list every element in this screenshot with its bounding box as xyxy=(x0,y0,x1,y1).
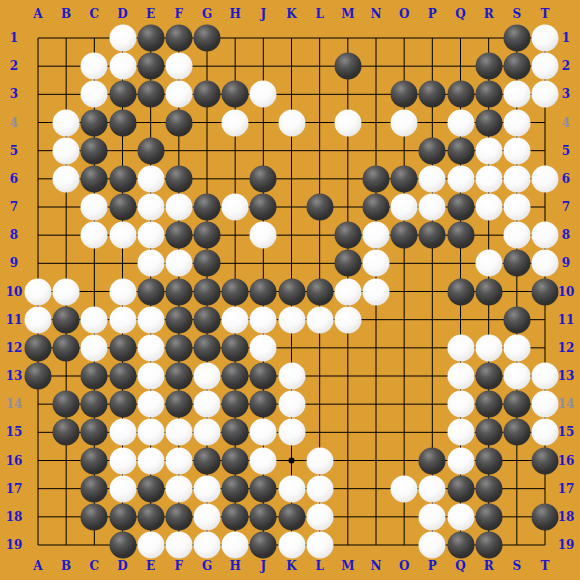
col-label-bottom-R: R xyxy=(484,560,494,572)
white-stone-J11[interactable] xyxy=(250,306,277,333)
white-stone-H4[interactable] xyxy=(222,109,249,136)
go-board: AABBCCDDEEFFGGHHJJKKLLMMNNOOPPQQRRSSTT11… xyxy=(0,0,580,580)
white-stone-B10[interactable] xyxy=(53,278,80,305)
black-stone-F13[interactable] xyxy=(165,363,192,390)
row-label-left-17: 17 xyxy=(6,483,23,495)
white-stone-H7[interactable] xyxy=(222,194,249,221)
black-stone-Q3[interactable] xyxy=(447,81,474,108)
white-stone-M4[interactable] xyxy=(334,109,361,136)
white-stone-E16[interactable] xyxy=(137,447,164,474)
white-stone-N10[interactable] xyxy=(363,278,390,305)
col-label-top-S: S xyxy=(512,8,521,20)
black-stone-C5[interactable] xyxy=(81,137,108,164)
black-stone-D14[interactable] xyxy=(109,391,136,418)
black-stone-H14[interactable] xyxy=(222,391,249,418)
black-stone-G11[interactable] xyxy=(194,306,221,333)
white-stone-D17[interactable] xyxy=(109,475,136,502)
black-stone-A13[interactable] xyxy=(25,363,52,390)
black-stone-E18[interactable] xyxy=(137,503,164,530)
white-stone-Q4[interactable] xyxy=(447,109,474,136)
white-stone-L17[interactable] xyxy=(306,475,333,502)
white-stone-C3[interactable] xyxy=(81,81,108,108)
row-label-left-8: 8 xyxy=(10,229,18,241)
black-stone-P8[interactable] xyxy=(419,222,446,249)
black-stone-F14[interactable] xyxy=(165,391,192,418)
black-stone-H10[interactable] xyxy=(222,278,249,305)
black-stone-Q8[interactable] xyxy=(447,222,474,249)
white-stone-P7[interactable] xyxy=(419,194,446,221)
white-stone-O17[interactable] xyxy=(391,475,418,502)
black-stone-H13[interactable] xyxy=(222,363,249,390)
black-stone-C6[interactable] xyxy=(81,165,108,192)
row-label-right-16: 16 xyxy=(558,455,575,467)
white-stone-J8[interactable] xyxy=(250,222,277,249)
white-stone-E6[interactable] xyxy=(137,165,164,192)
black-stone-G8[interactable] xyxy=(194,222,221,249)
black-stone-J13[interactable] xyxy=(250,363,277,390)
white-stone-T6[interactable] xyxy=(532,165,559,192)
white-stone-C7[interactable] xyxy=(81,194,108,221)
row-label-left-12: 12 xyxy=(6,342,23,354)
row-label-right-7: 7 xyxy=(562,201,570,213)
white-stone-E14[interactable] xyxy=(137,391,164,418)
row-label-left-6: 6 xyxy=(10,173,18,185)
col-label-bottom-M: M xyxy=(341,560,354,572)
col-label-bottom-P: P xyxy=(428,560,437,572)
black-stone-T16[interactable] xyxy=(532,447,559,474)
black-stone-E1[interactable] xyxy=(137,25,164,52)
white-stone-B6[interactable] xyxy=(53,165,80,192)
row-label-right-13: 13 xyxy=(558,370,575,382)
white-stone-N9[interactable] xyxy=(363,250,390,277)
row-label-right-3: 3 xyxy=(562,88,570,100)
col-label-top-J: J xyxy=(260,8,266,20)
white-stone-F16[interactable] xyxy=(165,447,192,474)
white-stone-K15[interactable] xyxy=(278,419,305,446)
black-stone-S14[interactable] xyxy=(503,391,530,418)
black-stone-Q7[interactable] xyxy=(447,194,474,221)
col-label-top-B: B xyxy=(61,8,71,20)
col-label-top-Q: Q xyxy=(455,8,465,20)
white-stone-R5[interactable] xyxy=(475,137,502,164)
white-stone-O7[interactable] xyxy=(391,194,418,221)
white-stone-S7[interactable] xyxy=(503,194,530,221)
black-stone-G10[interactable] xyxy=(194,278,221,305)
row-label-left-14: 14 xyxy=(6,398,23,410)
white-stone-P18[interactable] xyxy=(419,503,446,530)
black-stone-Q19[interactable] xyxy=(447,532,474,559)
black-stone-F18[interactable] xyxy=(165,503,192,530)
black-stone-M9[interactable] xyxy=(334,250,361,277)
white-stone-R9[interactable] xyxy=(475,250,502,277)
black-stone-H16[interactable] xyxy=(222,447,249,474)
black-stone-K18[interactable] xyxy=(278,503,305,530)
white-stone-F17[interactable] xyxy=(165,475,192,502)
row-label-right-5: 5 xyxy=(562,145,570,157)
black-stone-D6[interactable] xyxy=(109,165,136,192)
black-stone-P16[interactable] xyxy=(419,447,446,474)
white-stone-T9[interactable] xyxy=(532,250,559,277)
white-stone-D10[interactable] xyxy=(109,278,136,305)
col-label-top-K: K xyxy=(286,8,296,20)
row-label-right-1: 1 xyxy=(562,32,570,44)
white-stone-J12[interactable] xyxy=(250,334,277,361)
row-label-left-4: 4 xyxy=(10,117,18,129)
row-label-left-15: 15 xyxy=(6,426,23,438)
black-stone-S1[interactable] xyxy=(503,25,530,52)
black-stone-J14[interactable] xyxy=(250,391,277,418)
white-stone-S3[interactable] xyxy=(503,81,530,108)
row-label-right-15: 15 xyxy=(558,426,575,438)
black-stone-M8[interactable] xyxy=(334,222,361,249)
black-stone-S15[interactable] xyxy=(503,419,530,446)
black-stone-E2[interactable] xyxy=(137,53,164,80)
white-stone-N8[interactable] xyxy=(363,222,390,249)
row-label-right-11: 11 xyxy=(558,314,575,326)
row-label-left-16: 16 xyxy=(6,455,23,467)
white-stone-Q6[interactable] xyxy=(447,165,474,192)
black-stone-R19[interactable] xyxy=(475,532,502,559)
white-stone-E7[interactable] xyxy=(137,194,164,221)
white-stone-D16[interactable] xyxy=(109,447,136,474)
black-stone-Q17[interactable] xyxy=(447,475,474,502)
white-stone-Q15[interactable] xyxy=(447,419,474,446)
star-point-K16 xyxy=(289,458,295,464)
white-stone-L16[interactable] xyxy=(306,447,333,474)
black-stone-J18[interactable] xyxy=(250,503,277,530)
black-stone-R2[interactable] xyxy=(475,53,502,80)
white-stone-G19[interactable] xyxy=(194,532,221,559)
white-stone-C12[interactable] xyxy=(81,334,108,361)
black-stone-Q10[interactable] xyxy=(447,278,474,305)
black-stone-E17[interactable] xyxy=(137,475,164,502)
black-stone-G12[interactable] xyxy=(194,334,221,361)
row-label-right-10: 10 xyxy=(558,286,575,298)
black-stone-S9[interactable] xyxy=(503,250,530,277)
black-stone-Q5[interactable] xyxy=(447,137,474,164)
row-label-left-7: 7 xyxy=(10,201,18,213)
row-label-right-8: 8 xyxy=(562,229,570,241)
black-stone-F6[interactable] xyxy=(165,165,192,192)
white-stone-T15[interactable] xyxy=(532,419,559,446)
black-stone-M2[interactable] xyxy=(334,53,361,80)
white-stone-G18[interactable] xyxy=(194,503,221,530)
white-stone-M10[interactable] xyxy=(334,278,361,305)
col-label-top-C: C xyxy=(90,8,100,20)
col-label-top-E: E xyxy=(146,8,155,20)
white-stone-R12[interactable] xyxy=(475,334,502,361)
row-label-left-13: 13 xyxy=(6,370,23,382)
black-stone-C16[interactable] xyxy=(81,447,108,474)
white-stone-T14[interactable] xyxy=(532,391,559,418)
row-label-left-5: 5 xyxy=(10,145,18,157)
col-label-bottom-B: B xyxy=(61,560,71,572)
white-stone-D8[interactable] xyxy=(109,222,136,249)
row-label-right-4: 4 xyxy=(562,117,570,129)
row-label-left-3: 3 xyxy=(10,88,18,100)
white-stone-C2[interactable] xyxy=(81,53,108,80)
row-label-left-18: 18 xyxy=(6,511,23,523)
white-stone-S13[interactable] xyxy=(503,363,530,390)
col-label-bottom-E: E xyxy=(146,560,155,572)
black-stone-B11[interactable] xyxy=(53,306,80,333)
black-stone-F8[interactable] xyxy=(165,222,192,249)
white-stone-Q13[interactable] xyxy=(447,363,474,390)
black-stone-D4[interactable] xyxy=(109,109,136,136)
white-stone-R7[interactable] xyxy=(475,194,502,221)
black-stone-G7[interactable] xyxy=(194,194,221,221)
white-stone-H19[interactable] xyxy=(222,532,249,559)
white-stone-D2[interactable] xyxy=(109,53,136,80)
white-stone-O4[interactable] xyxy=(391,109,418,136)
white-stone-K19[interactable] xyxy=(278,532,305,559)
black-stone-R16[interactable] xyxy=(475,447,502,474)
black-stone-B12[interactable] xyxy=(53,334,80,361)
black-stone-D12[interactable] xyxy=(109,334,136,361)
white-stone-D15[interactable] xyxy=(109,419,136,446)
col-label-top-R: R xyxy=(484,8,494,20)
white-stone-P6[interactable] xyxy=(419,165,446,192)
black-stone-R17[interactable] xyxy=(475,475,502,502)
white-stone-E8[interactable] xyxy=(137,222,164,249)
white-stone-L19[interactable] xyxy=(306,532,333,559)
white-stone-L18[interactable] xyxy=(306,503,333,530)
white-stone-K14[interactable] xyxy=(278,391,305,418)
white-stone-C8[interactable] xyxy=(81,222,108,249)
black-stone-R18[interactable] xyxy=(475,503,502,530)
white-stone-G17[interactable] xyxy=(194,475,221,502)
black-stone-R13[interactable] xyxy=(475,363,502,390)
col-label-top-O: O xyxy=(399,8,409,20)
white-stone-S4[interactable] xyxy=(503,109,530,136)
black-stone-E5[interactable] xyxy=(137,137,164,164)
white-stone-P19[interactable] xyxy=(419,532,446,559)
white-stone-P17[interactable] xyxy=(419,475,446,502)
black-stone-S2[interactable] xyxy=(503,53,530,80)
col-label-bottom-L: L xyxy=(315,560,323,572)
black-stone-H18[interactable] xyxy=(222,503,249,530)
col-label-bottom-D: D xyxy=(117,560,127,572)
black-stone-F12[interactable] xyxy=(165,334,192,361)
col-label-top-F: F xyxy=(175,8,184,20)
black-stone-J10[interactable] xyxy=(250,278,277,305)
white-stone-D1[interactable] xyxy=(109,25,136,52)
row-label-right-17: 17 xyxy=(558,483,575,495)
black-stone-J7[interactable] xyxy=(250,194,277,221)
white-stone-G14[interactable] xyxy=(194,391,221,418)
white-stone-K4[interactable] xyxy=(278,109,305,136)
white-stone-R6[interactable] xyxy=(475,165,502,192)
black-stone-O8[interactable] xyxy=(391,222,418,249)
row-label-left-19: 19 xyxy=(6,539,23,551)
row-label-right-6: 6 xyxy=(562,173,570,185)
white-stone-A11[interactable] xyxy=(25,306,52,333)
col-label-bottom-O: O xyxy=(399,560,409,572)
col-label-top-N: N xyxy=(371,8,382,20)
white-stone-Q12[interactable] xyxy=(447,334,474,361)
white-stone-E9[interactable] xyxy=(137,250,164,277)
white-stone-F19[interactable] xyxy=(165,532,192,559)
row-label-right-18: 18 xyxy=(558,511,575,523)
col-label-bottom-G: G xyxy=(202,560,212,572)
col-label-bottom-S: S xyxy=(512,560,521,572)
col-label-top-M: M xyxy=(341,8,354,20)
row-label-left-2: 2 xyxy=(10,60,18,72)
black-stone-L10[interactable] xyxy=(306,278,333,305)
black-stone-F4[interactable] xyxy=(165,109,192,136)
white-stone-J3[interactable] xyxy=(250,81,277,108)
col-label-top-A: A xyxy=(33,8,42,20)
white-stone-T1[interactable] xyxy=(532,25,559,52)
col-label-top-P: P xyxy=(428,8,437,20)
col-label-top-G: G xyxy=(202,8,212,20)
white-stone-E13[interactable] xyxy=(137,363,164,390)
white-stone-F2[interactable] xyxy=(165,53,192,80)
white-stone-T13[interactable] xyxy=(532,363,559,390)
black-stone-P5[interactable] xyxy=(419,137,446,164)
black-stone-E3[interactable] xyxy=(137,81,164,108)
col-label-top-T: T xyxy=(541,8,550,20)
white-stone-T8[interactable] xyxy=(532,222,559,249)
col-label-bottom-T: T xyxy=(541,560,550,572)
white-stone-Q16[interactable] xyxy=(447,447,474,474)
black-stone-C18[interactable] xyxy=(81,503,108,530)
black-stone-G16[interactable] xyxy=(194,447,221,474)
row-label-left-9: 9 xyxy=(10,257,18,269)
white-stone-E11[interactable] xyxy=(137,306,164,333)
white-stone-F15[interactable] xyxy=(165,419,192,446)
col-label-bottom-K: K xyxy=(286,560,296,572)
white-stone-F9[interactable] xyxy=(165,250,192,277)
col-label-bottom-Q: Q xyxy=(455,560,465,572)
black-stone-A12[interactable] xyxy=(25,334,52,361)
black-stone-D3[interactable] xyxy=(109,81,136,108)
black-stone-J6[interactable] xyxy=(250,165,277,192)
black-stone-D18[interactable] xyxy=(109,503,136,530)
white-stone-M11[interactable] xyxy=(334,306,361,333)
black-stone-G3[interactable] xyxy=(194,81,221,108)
black-stone-B15[interactable] xyxy=(53,419,80,446)
white-stone-F3[interactable] xyxy=(165,81,192,108)
col-label-top-D: D xyxy=(117,8,127,20)
white-stone-C11[interactable] xyxy=(81,306,108,333)
col-label-top-H: H xyxy=(229,8,240,20)
white-stone-K17[interactable] xyxy=(278,475,305,502)
black-stone-R10[interactable] xyxy=(475,278,502,305)
white-stone-E12[interactable] xyxy=(137,334,164,361)
white-stone-S12[interactable] xyxy=(503,334,530,361)
white-stone-A10[interactable] xyxy=(25,278,52,305)
col-label-top-L: L xyxy=(315,8,323,20)
black-stone-D13[interactable] xyxy=(109,363,136,390)
black-stone-F11[interactable] xyxy=(165,306,192,333)
black-stone-C14[interactable] xyxy=(81,391,108,418)
black-stone-C17[interactable] xyxy=(81,475,108,502)
black-stone-G1[interactable] xyxy=(194,25,221,52)
black-stone-F1[interactable] xyxy=(165,25,192,52)
white-stone-S8[interactable] xyxy=(503,222,530,249)
black-stone-C4[interactable] xyxy=(81,109,108,136)
col-label-bottom-H: H xyxy=(229,560,240,572)
black-stone-G9[interactable] xyxy=(194,250,221,277)
black-stone-O3[interactable] xyxy=(391,81,418,108)
white-stone-G13[interactable] xyxy=(194,363,221,390)
black-stone-R4[interactable] xyxy=(475,109,502,136)
black-stone-H12[interactable] xyxy=(222,334,249,361)
black-stone-H15[interactable] xyxy=(222,419,249,446)
black-stone-F10[interactable] xyxy=(165,278,192,305)
white-stone-J15[interactable] xyxy=(250,419,277,446)
black-stone-O6[interactable] xyxy=(391,165,418,192)
white-stone-J16[interactable] xyxy=(250,447,277,474)
row-label-right-14: 14 xyxy=(558,398,575,410)
black-stone-L7[interactable] xyxy=(306,194,333,221)
white-stone-E15[interactable] xyxy=(137,419,164,446)
black-stone-R14[interactable] xyxy=(475,391,502,418)
black-stone-B14[interactable] xyxy=(53,391,80,418)
black-stone-H3[interactable] xyxy=(222,81,249,108)
black-stone-C13[interactable] xyxy=(81,363,108,390)
white-stone-G15[interactable] xyxy=(194,419,221,446)
white-stone-S5[interactable] xyxy=(503,137,530,164)
row-label-left-11: 11 xyxy=(6,314,23,326)
col-label-bottom-F: F xyxy=(175,560,184,572)
black-stone-N6[interactable] xyxy=(363,165,390,192)
white-stone-K11[interactable] xyxy=(278,306,305,333)
white-stone-F7[interactable] xyxy=(165,194,192,221)
white-stone-E19[interactable] xyxy=(137,532,164,559)
black-stone-J17[interactable] xyxy=(250,475,277,502)
row-label-right-2: 2 xyxy=(562,60,570,72)
row-label-left-10: 10 xyxy=(6,286,23,298)
white-stone-T3[interactable] xyxy=(532,81,559,108)
black-stone-K10[interactable] xyxy=(278,278,305,305)
black-stone-D19[interactable] xyxy=(109,532,136,559)
black-stone-P3[interactable] xyxy=(419,81,446,108)
white-stone-B5[interactable] xyxy=(53,137,80,164)
white-stone-K13[interactable] xyxy=(278,363,305,390)
col-label-bottom-N: N xyxy=(371,560,382,572)
white-stone-L11[interactable] xyxy=(306,306,333,333)
col-label-bottom-A: A xyxy=(33,560,42,572)
col-label-bottom-J: J xyxy=(260,560,266,572)
black-stone-D7[interactable] xyxy=(109,194,136,221)
white-stone-S6[interactable] xyxy=(503,165,530,192)
black-stone-T18[interactable] xyxy=(532,503,559,530)
row-label-right-19: 19 xyxy=(558,539,575,551)
white-stone-D11[interactable] xyxy=(109,306,136,333)
black-stone-H17[interactable] xyxy=(222,475,249,502)
white-stone-T2[interactable] xyxy=(532,53,559,80)
white-stone-B4[interactable] xyxy=(53,109,80,136)
black-stone-C15[interactable] xyxy=(81,419,108,446)
row-label-left-1: 1 xyxy=(10,32,18,44)
black-stone-S11[interactable] xyxy=(503,306,530,333)
black-stone-R3[interactable] xyxy=(475,81,502,108)
black-stone-N7[interactable] xyxy=(363,194,390,221)
black-stone-E10[interactable] xyxy=(137,278,164,305)
row-label-right-12: 12 xyxy=(558,342,575,354)
row-label-right-9: 9 xyxy=(562,257,570,269)
black-stone-T10[interactable] xyxy=(532,278,559,305)
white-stone-Q18[interactable] xyxy=(447,503,474,530)
white-stone-H11[interactable] xyxy=(222,306,249,333)
col-label-bottom-C: C xyxy=(90,560,100,572)
white-stone-Q14[interactable] xyxy=(447,391,474,418)
black-stone-J19[interactable] xyxy=(250,532,277,559)
black-stone-R15[interactable] xyxy=(475,419,502,446)
